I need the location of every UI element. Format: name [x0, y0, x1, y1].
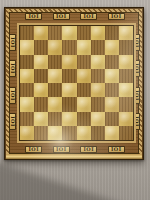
square-h7[interactable] — [119, 40, 133, 54]
square-b7[interactable] — [34, 40, 48, 54]
frame-motif: ΙΟΙ — [9, 113, 16, 130]
square-g6[interactable] — [105, 55, 119, 69]
square-g7[interactable] — [105, 40, 119, 54]
square-d7[interactable] — [62, 40, 76, 54]
square-c4[interactable] — [48, 83, 62, 97]
square-b4[interactable] — [34, 83, 48, 97]
frame-motif: ΙΟΙ — [80, 13, 97, 20]
square-a8[interactable] — [20, 26, 34, 40]
square-e3[interactable] — [77, 97, 91, 111]
frame-motif: ΙΟΙ — [53, 146, 70, 153]
frame-motif: ΙΟΙ — [80, 146, 97, 153]
square-f5[interactable] — [91, 69, 105, 83]
square-d5[interactable] — [62, 69, 76, 83]
square-b2[interactable] — [34, 112, 48, 126]
square-c8[interactable] — [48, 26, 62, 40]
square-c2[interactable] — [48, 112, 62, 126]
square-d2[interactable] — [62, 112, 76, 126]
square-e6[interactable] — [77, 55, 91, 69]
square-b6[interactable] — [34, 55, 48, 69]
square-h4[interactable] — [119, 83, 133, 97]
frame-motif: ΙΟΙ — [9, 60, 16, 77]
photo-scene: ΙΟΙΙΟΙΙΟΙΙΟΙ ΙΟΙΙΟΙΙΟΙΙΟΙ ΙΟΙΙΟΙΙΟΙΙΟΙ Ι… — [0, 0, 150, 200]
square-c1[interactable] — [48, 126, 62, 140]
square-a4[interactable] — [20, 83, 34, 97]
square-e1[interactable] — [77, 126, 91, 140]
square-d8[interactable] — [62, 26, 76, 40]
square-e4[interactable] — [77, 83, 91, 97]
square-h1[interactable] — [119, 126, 133, 140]
square-c7[interactable] — [48, 40, 62, 54]
square-f7[interactable] — [91, 40, 105, 54]
board-grid — [19, 25, 134, 141]
frame-motif: ΙΟΙ — [25, 146, 42, 153]
board-front-edge — [6, 154, 142, 159]
square-d1[interactable] — [62, 126, 76, 140]
square-b8[interactable] — [34, 26, 48, 40]
square-c6[interactable] — [48, 55, 62, 69]
square-e7[interactable] — [77, 40, 91, 54]
square-f2[interactable] — [91, 112, 105, 126]
square-f4[interactable] — [91, 83, 105, 97]
square-b1[interactable] — [34, 126, 48, 140]
square-e2[interactable] — [77, 112, 91, 126]
square-g1[interactable] — [105, 126, 119, 140]
square-h8[interactable] — [119, 26, 133, 40]
square-a6[interactable] — [20, 55, 34, 69]
square-d3[interactable] — [62, 97, 76, 111]
square-d6[interactable] — [62, 55, 76, 69]
square-e5[interactable] — [77, 69, 91, 83]
square-a3[interactable] — [20, 97, 34, 111]
frame-motif-strip-left: ΙΟΙΙΟΙΙΟΙΙΟΙ — [8, 29, 16, 135]
frame-motif-strip-bottom: ΙΟΙΙΟΙΙΟΙΙΟΙ — [20, 145, 130, 153]
square-g2[interactable] — [105, 112, 119, 126]
square-a2[interactable] — [20, 112, 34, 126]
square-c5[interactable] — [48, 69, 62, 83]
square-g3[interactable] — [105, 97, 119, 111]
square-e8[interactable] — [77, 26, 91, 40]
chess-board[interactable]: ΙΟΙΙΟΙΙΟΙΙΟΙ ΙΟΙΙΟΙΙΟΙΙΟΙ ΙΟΙΙΟΙΙΟΙΙΟΙ Ι… — [4, 7, 144, 160]
frame-motif: ΙΟΙ — [9, 87, 16, 104]
square-a1[interactable] — [20, 126, 34, 140]
square-f3[interactable] — [91, 97, 105, 111]
square-h2[interactable] — [119, 112, 133, 126]
frame-motif: ΙΟΙ — [25, 13, 42, 20]
square-g8[interactable] — [105, 26, 119, 40]
square-d4[interactable] — [62, 83, 76, 97]
square-h6[interactable] — [119, 55, 133, 69]
square-g4[interactable] — [105, 83, 119, 97]
square-f6[interactable] — [91, 55, 105, 69]
square-c3[interactable] — [48, 97, 62, 111]
square-a5[interactable] — [20, 69, 34, 83]
square-h3[interactable] — [119, 97, 133, 111]
square-b5[interactable] — [34, 69, 48, 83]
frame-motif: ΙΟΙ — [53, 13, 70, 20]
frame-motif: ΙΟΙ — [9, 34, 16, 51]
frame-motif-strip-top: ΙΟΙΙΟΙΙΟΙΙΟΙ — [20, 12, 130, 20]
square-a7[interactable] — [20, 40, 34, 54]
square-h5[interactable] — [119, 69, 133, 83]
frame-motif: ΙΟΙ — [108, 13, 125, 20]
frame-motif: ΙΟΙ — [108, 146, 125, 153]
square-g5[interactable] — [105, 69, 119, 83]
square-b3[interactable] — [34, 97, 48, 111]
square-f1[interactable] — [91, 126, 105, 140]
square-f8[interactable] — [91, 26, 105, 40]
